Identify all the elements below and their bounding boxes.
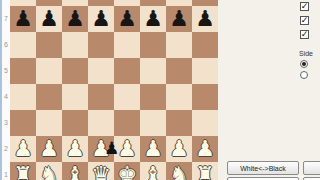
white-pawn-b2[interactable]: ♟ <box>39 138 59 160</box>
white-bishop-f1[interactable]: ♝ <box>143 164 163 180</box>
square-h1[interactable]: ♜ <box>192 162 218 180</box>
rank-label-6: 6 <box>2 41 10 49</box>
square-a1[interactable]: ♜ <box>10 162 36 180</box>
castling-checkbox-3[interactable]: ✓ <box>300 30 309 39</box>
white-knight-b1[interactable]: ♞ <box>39 164 59 180</box>
square-a6[interactable] <box>10 32 36 58</box>
check-icon: ✓ <box>301 17 309 24</box>
black-pawn-d7[interactable]: ♟ <box>91 8 111 30</box>
rank-label-2: 2 <box>2 145 10 153</box>
square-c2[interactable]: ♟ <box>62 136 88 162</box>
square-a5[interactable] <box>10 58 36 84</box>
black-pawn-f7[interactable]: ♟ <box>143 8 163 30</box>
partial-button-right-top[interactable] <box>303 161 320 175</box>
black-knight-b8[interactable]: ♞ <box>39 0 59 4</box>
square-b1[interactable]: ♞ <box>36 162 62 180</box>
square-h3[interactable] <box>192 110 218 136</box>
square-e3[interactable] <box>114 110 140 136</box>
check-icon: ✓ <box>301 31 309 38</box>
side-radio-2[interactable] <box>300 71 308 79</box>
square-a7[interactable]: ♟ <box>10 6 36 32</box>
square-d6[interactable] <box>88 32 114 58</box>
editor-side-panel: Side White<->Black ✓✓✓ <box>218 0 320 180</box>
rank-label-7: 7 <box>2 15 10 23</box>
white-black-swap-button[interactable]: White<->Black <box>227 161 299 175</box>
square-g1[interactable]: ♞ <box>166 162 192 180</box>
square-b4[interactable] <box>36 84 62 110</box>
black-king-e8[interactable]: ♚ <box>117 0 137 4</box>
square-a2[interactable]: ♟ <box>10 136 36 162</box>
square-e1[interactable]: ♚ <box>114 162 140 180</box>
white-knight-g1[interactable]: ♞ <box>169 164 189 180</box>
white-king-e1[interactable]: ♚ <box>117 164 137 180</box>
square-g4[interactable] <box>166 84 192 110</box>
side-to-move-label: Side <box>299 50 313 57</box>
rank-label-3: 3 <box>2 119 10 127</box>
square-f3[interactable] <box>140 110 166 136</box>
side-radio-1[interactable] <box>300 60 308 68</box>
square-d5[interactable] <box>88 58 114 84</box>
square-f2[interactable]: ♟ <box>140 136 166 162</box>
white-pawn-g2[interactable]: ♟ <box>169 138 189 160</box>
castling-checkbox-2[interactable]: ✓ <box>300 16 309 25</box>
white-pawn-e2[interactable]: ♟ <box>117 138 137 160</box>
black-knight-g8[interactable]: ♞ <box>169 0 189 4</box>
square-f4[interactable] <box>140 84 166 110</box>
square-b3[interactable] <box>36 110 62 136</box>
white-pawn-f2[interactable]: ♟ <box>143 138 163 160</box>
square-a4[interactable] <box>10 84 36 110</box>
square-d3[interactable] <box>88 110 114 136</box>
square-h2[interactable]: ♟ <box>192 136 218 162</box>
floating-black-pawn[interactable]: ♟ <box>104 140 119 157</box>
square-e7[interactable]: ♟ <box>114 6 140 32</box>
black-rook-h8[interactable]: ♜ <box>195 0 215 4</box>
square-e6[interactable] <box>114 32 140 58</box>
black-pawn-a7[interactable]: ♟ <box>13 8 33 30</box>
black-bishop-f8[interactable]: ♝ <box>143 0 163 4</box>
black-pawn-b7[interactable]: ♟ <box>39 8 59 30</box>
square-c5[interactable] <box>62 58 88 84</box>
black-pawn-g7[interactable]: ♟ <box>169 8 189 30</box>
square-e4[interactable] <box>114 84 140 110</box>
black-rook-a8[interactable]: ♜ <box>13 0 33 4</box>
black-pawn-e7[interactable]: ♟ <box>117 8 137 30</box>
square-c7[interactable]: ♟ <box>62 6 88 32</box>
partial-button-right-bottom[interactable] <box>303 177 320 180</box>
white-pawn-c2[interactable]: ♟ <box>65 138 85 160</box>
square-c4[interactable] <box>62 84 88 110</box>
black-pawn-c7[interactable]: ♟ <box>65 8 85 30</box>
white-queen-d1[interactable]: ♛ <box>91 164 111 180</box>
white-pawn-h2[interactable]: ♟ <box>195 138 215 160</box>
white-rook-h1[interactable]: ♜ <box>195 164 215 180</box>
square-h5[interactable] <box>192 58 218 84</box>
square-g5[interactable] <box>166 58 192 84</box>
square-c1[interactable]: ♝ <box>62 162 88 180</box>
square-f6[interactable] <box>140 32 166 58</box>
radio-selected-dot <box>302 62 306 66</box>
check-icon: ✓ <box>301 3 309 10</box>
black-queen-d8[interactable]: ♛ <box>91 0 111 4</box>
black-pawn-h7[interactable]: ♟ <box>195 8 215 30</box>
partial-button-bottom[interactable] <box>227 177 299 180</box>
square-h7[interactable]: ♟ <box>192 6 218 32</box>
rank-coordinate-strip: 7654321 <box>2 0 10 180</box>
white-bishop-c1[interactable]: ♝ <box>65 164 85 180</box>
square-b5[interactable] <box>36 58 62 84</box>
square-f5[interactable] <box>140 58 166 84</box>
black-bishop-c8[interactable]: ♝ <box>65 0 85 4</box>
square-h4[interactable] <box>192 84 218 110</box>
square-d4[interactable] <box>88 84 114 110</box>
square-g6[interactable] <box>166 32 192 58</box>
square-e5[interactable] <box>114 58 140 84</box>
square-b6[interactable] <box>36 32 62 58</box>
rank-label-5: 5 <box>2 67 10 75</box>
square-d1[interactable]: ♛ <box>88 162 114 180</box>
rank-label-1: 1 <box>2 171 10 179</box>
square-a3[interactable] <box>10 110 36 136</box>
white-pawn-a2[interactable]: ♟ <box>13 138 33 160</box>
square-b7[interactable]: ♟ <box>36 6 62 32</box>
square-f1[interactable]: ♝ <box>140 162 166 180</box>
square-g2[interactable]: ♟ <box>166 136 192 162</box>
castling-checkbox-1[interactable]: ✓ <box>300 2 309 11</box>
square-c3[interactable] <box>62 110 88 136</box>
square-g3[interactable] <box>166 110 192 136</box>
rank-label-4: 4 <box>2 93 10 101</box>
square-g7[interactable]: ♟ <box>166 6 192 32</box>
square-d7[interactable]: ♟ <box>88 6 114 32</box>
square-f7[interactable]: ♟ <box>140 6 166 32</box>
position-editor-window: 7654321 ♜♞♝♛♚♝♞♜♟♟♟♟♟♟♟♟♟♟♟♟♟♟♟♟♜♞♝♛♚♝♞♜… <box>0 0 320 180</box>
square-b2[interactable]: ♟ <box>36 136 62 162</box>
square-h6[interactable] <box>192 32 218 58</box>
white-rook-a1[interactable]: ♜ <box>13 164 33 180</box>
square-c6[interactable] <box>62 32 88 58</box>
